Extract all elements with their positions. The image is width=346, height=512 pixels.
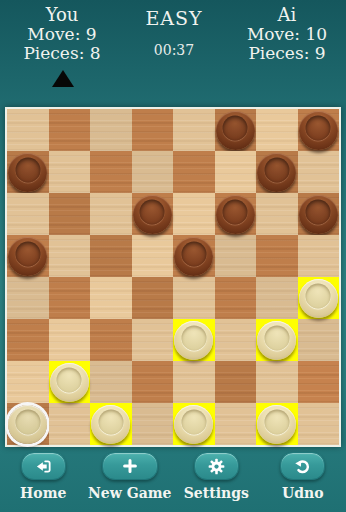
piece-cream-you[interactable] xyxy=(257,321,296,360)
square-d4[interactable] xyxy=(132,277,174,319)
square-h3 xyxy=(298,319,340,361)
turn-indicator-triangle xyxy=(52,70,74,87)
piece-cream-you[interactable] xyxy=(174,321,213,360)
square-a2 xyxy=(7,361,49,403)
square-d6[interactable] xyxy=(132,193,174,235)
square-b6[interactable] xyxy=(49,193,91,235)
gear-icon xyxy=(208,458,225,475)
square-f6[interactable] xyxy=(215,193,257,235)
piece-brown-ai[interactable] xyxy=(133,195,172,234)
checkers-app: You Move: 9 Pieces: 8 EASY 00:37 Ai Move… xyxy=(0,0,346,512)
board xyxy=(5,107,341,447)
square-a3[interactable] xyxy=(7,319,49,361)
square-e6 xyxy=(173,193,215,235)
square-a4 xyxy=(7,277,49,319)
player-panel-ai: Ai Move: 10 Pieces: 9 xyxy=(230,5,344,63)
player-panel-you: You Move: 9 Pieces: 8 xyxy=(2,5,122,63)
player-ai-title: Ai xyxy=(230,5,344,25)
square-h8[interactable] xyxy=(298,109,340,151)
square-a6 xyxy=(7,193,49,235)
home-exit-icon xyxy=(35,458,52,475)
square-e2 xyxy=(173,361,215,403)
piece-brown-ai[interactable] xyxy=(216,195,255,234)
piece-cream-you[interactable] xyxy=(8,405,47,444)
piece-cream-you[interactable] xyxy=(174,405,213,444)
piece-brown-ai[interactable] xyxy=(257,153,296,192)
bottom-toolbar: Home New Game xyxy=(0,452,346,512)
square-d8[interactable] xyxy=(132,109,174,151)
square-f5 xyxy=(215,235,257,277)
square-f4[interactable] xyxy=(215,277,257,319)
player-you-title: You xyxy=(2,5,122,25)
square-h2[interactable] xyxy=(298,361,340,403)
square-a5[interactable] xyxy=(7,235,49,277)
square-h5 xyxy=(298,235,340,277)
new-game-button-pill[interactable] xyxy=(102,452,158,480)
settings-button[interactable]: Settings xyxy=(173,452,260,512)
square-c2 xyxy=(90,361,132,403)
square-b8[interactable] xyxy=(49,109,91,151)
home-button-label[interactable]: Home xyxy=(20,486,66,501)
player-you-piece-count: Pieces: 8 xyxy=(2,44,122,63)
square-h6[interactable] xyxy=(298,193,340,235)
square-g8 xyxy=(256,109,298,151)
square-f7 xyxy=(215,151,257,193)
square-e5[interactable] xyxy=(173,235,215,277)
undo-button[interactable]: Udno xyxy=(260,452,346,512)
square-c1[interactable] xyxy=(90,403,132,445)
piece-cream-you[interactable] xyxy=(50,363,89,402)
square-c7[interactable] xyxy=(90,151,132,193)
square-c6 xyxy=(90,193,132,235)
square-f3 xyxy=(215,319,257,361)
square-d2[interactable] xyxy=(132,361,174,403)
square-c5[interactable] xyxy=(90,235,132,277)
square-b3 xyxy=(49,319,91,361)
square-c8 xyxy=(90,109,132,151)
square-d3 xyxy=(132,319,174,361)
square-a7[interactable] xyxy=(7,151,49,193)
game-timer: 00:37 xyxy=(121,42,227,58)
square-g4 xyxy=(256,277,298,319)
square-h1 xyxy=(298,403,340,445)
square-d5 xyxy=(132,235,174,277)
difficulty-label: EASY xyxy=(121,7,227,29)
player-ai-move-count: Move: 10 xyxy=(230,25,344,44)
piece-cream-you[interactable] xyxy=(299,279,338,318)
piece-cream-you[interactable] xyxy=(257,405,296,444)
square-c4 xyxy=(90,277,132,319)
square-g1[interactable] xyxy=(256,403,298,445)
piece-brown-ai[interactable] xyxy=(299,195,338,234)
piece-cream-you[interactable] xyxy=(91,405,130,444)
new-game-button-label[interactable]: New Game xyxy=(88,486,171,501)
square-b7 xyxy=(49,151,91,193)
square-g3[interactable] xyxy=(256,319,298,361)
square-g5[interactable] xyxy=(256,235,298,277)
square-b1 xyxy=(49,403,91,445)
piece-brown-ai[interactable] xyxy=(8,153,47,192)
square-f8[interactable] xyxy=(215,109,257,151)
square-a1[interactable] xyxy=(7,403,49,445)
undo-button-label[interactable]: Udno xyxy=(282,486,324,501)
new-game-button[interactable]: New Game xyxy=(87,452,174,512)
square-a8 xyxy=(7,109,49,151)
square-d7 xyxy=(132,151,174,193)
settings-button-label[interactable]: Settings xyxy=(184,486,249,501)
settings-button-pill[interactable] xyxy=(194,452,239,480)
square-g7[interactable] xyxy=(256,151,298,193)
plus-icon xyxy=(122,458,138,474)
square-e8 xyxy=(173,109,215,151)
square-g6 xyxy=(256,193,298,235)
square-f2[interactable] xyxy=(215,361,257,403)
piece-brown-ai[interactable] xyxy=(8,237,47,276)
square-e3[interactable] xyxy=(173,319,215,361)
game-info-panel: EASY 00:37 xyxy=(121,7,227,58)
square-e1[interactable] xyxy=(173,403,215,445)
undo-icon xyxy=(294,458,311,475)
piece-brown-ai[interactable] xyxy=(174,237,213,276)
square-g2 xyxy=(256,361,298,403)
square-b5 xyxy=(49,235,91,277)
square-b2[interactable] xyxy=(49,361,91,403)
square-d1 xyxy=(132,403,174,445)
square-f1 xyxy=(215,403,257,445)
square-h7 xyxy=(298,151,340,193)
undo-button-pill[interactable] xyxy=(280,452,325,480)
square-e7[interactable] xyxy=(173,151,215,193)
square-c3[interactable] xyxy=(90,319,132,361)
player-you-move-count: Move: 9 xyxy=(2,25,122,44)
piece-brown-ai[interactable] xyxy=(299,111,338,150)
square-e4 xyxy=(173,277,215,319)
piece-brown-ai[interactable] xyxy=(216,111,255,150)
home-button[interactable]: Home xyxy=(0,452,87,512)
home-button-pill[interactable] xyxy=(21,452,66,480)
player-ai-piece-count: Pieces: 9 xyxy=(230,44,344,63)
square-b4[interactable] xyxy=(49,277,91,319)
square-h4[interactable] xyxy=(298,277,340,319)
